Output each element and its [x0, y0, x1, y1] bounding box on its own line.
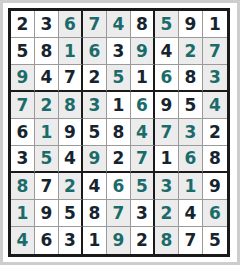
cell-r6c2[interactable]: 5: [35, 146, 59, 173]
cell-r3c6[interactable]: 1: [131, 65, 155, 92]
cell-r6c7[interactable]: 1: [155, 146, 179, 173]
cell-r2c6[interactable]: 9: [131, 38, 155, 65]
cell-r5c4[interactable]: 5: [83, 119, 107, 146]
cell-r4c7[interactable]: 9: [155, 92, 179, 119]
cell-r3c2[interactable]: 4: [35, 65, 59, 92]
cell-r9c6[interactable]: 2: [131, 227, 155, 254]
cell-r6c3[interactable]: 4: [59, 146, 83, 173]
cell-r7c9[interactable]: 9: [203, 173, 227, 200]
cell-r9c1[interactable]: 4: [11, 227, 35, 254]
cell-r4c8[interactable]: 5: [179, 92, 203, 119]
cell-r5c7[interactable]: 7: [155, 119, 179, 146]
cell-r6c1[interactable]: 3: [11, 146, 35, 173]
cell-r9c2[interactable]: 6: [35, 227, 59, 254]
cell-r3c3[interactable]: 7: [59, 65, 83, 92]
cell-r9c9[interactable]: 5: [203, 227, 227, 254]
cell-r7c6[interactable]: 5: [131, 173, 155, 200]
cell-r3c9[interactable]: 3: [203, 65, 227, 92]
cell-r3c1[interactable]: 9: [11, 65, 35, 92]
cell-r4c9[interactable]: 4: [203, 92, 227, 119]
cell-r3c4[interactable]: 2: [83, 65, 107, 92]
cell-r5c1[interactable]: 6: [11, 119, 35, 146]
cell-r7c8[interactable]: 1: [179, 173, 203, 200]
cell-r9c4[interactable]: 1: [83, 227, 107, 254]
cell-r5c5[interactable]: 8: [107, 119, 131, 146]
cell-r1c2[interactable]: 3: [35, 11, 59, 38]
cell-r1c5[interactable]: 4: [107, 11, 131, 38]
cell-r8c6[interactable]: 3: [131, 200, 155, 227]
cell-r9c8[interactable]: 7: [179, 227, 203, 254]
cell-r1c3[interactable]: 6: [59, 11, 83, 38]
cell-r4c2[interactable]: 2: [35, 92, 59, 119]
cell-r7c7[interactable]: 3: [155, 173, 179, 200]
cell-r6c4[interactable]: 9: [83, 146, 107, 173]
cell-r2c8[interactable]: 2: [179, 38, 203, 65]
cell-r4c5[interactable]: 1: [107, 92, 131, 119]
cell-r6c5[interactable]: 2: [107, 146, 131, 173]
cell-r2c9[interactable]: 7: [203, 38, 227, 65]
cell-r4c1[interactable]: 7: [11, 92, 35, 119]
cell-r8c8[interactable]: 4: [179, 200, 203, 227]
cell-r2c4[interactable]: 6: [83, 38, 107, 65]
cell-r6c9[interactable]: 8: [203, 146, 227, 173]
cell-r1c8[interactable]: 9: [179, 11, 203, 38]
cell-r5c2[interactable]: 1: [35, 119, 59, 146]
cell-r8c3[interactable]: 5: [59, 200, 83, 227]
cell-r1c9[interactable]: 1: [203, 11, 227, 38]
cell-r9c5[interactable]: 9: [107, 227, 131, 254]
cell-r2c5[interactable]: 3: [107, 38, 131, 65]
cell-r3c5[interactable]: 5: [107, 65, 131, 92]
cell-r8c4[interactable]: 8: [83, 200, 107, 227]
cell-r1c4[interactable]: 7: [83, 11, 107, 38]
sudoku-screen: 2367485915816394279472516837283169546195…: [0, 0, 240, 265]
cell-r1c7[interactable]: 5: [155, 11, 179, 38]
cell-r7c4[interactable]: 4: [83, 173, 107, 200]
cell-r4c6[interactable]: 6: [131, 92, 155, 119]
cell-r5c8[interactable]: 3: [179, 119, 203, 146]
cell-r4c4[interactable]: 3: [83, 92, 107, 119]
cell-r2c3[interactable]: 1: [59, 38, 83, 65]
cell-r3c7[interactable]: 6: [155, 65, 179, 92]
cell-r2c2[interactable]: 8: [35, 38, 59, 65]
cell-r6c8[interactable]: 6: [179, 146, 203, 173]
cell-r4c3[interactable]: 8: [59, 92, 83, 119]
cell-r8c1[interactable]: 1: [11, 200, 35, 227]
cell-r7c3[interactable]: 2: [59, 173, 83, 200]
cell-r9c7[interactable]: 8: [155, 227, 179, 254]
cell-r7c2[interactable]: 7: [35, 173, 59, 200]
cell-r5c6[interactable]: 4: [131, 119, 155, 146]
sudoku-board: 2367485915816394279472516837283169546195…: [8, 8, 230, 257]
cell-r8c7[interactable]: 2: [155, 200, 179, 227]
cell-r1c1[interactable]: 2: [11, 11, 35, 38]
cell-r7c5[interactable]: 6: [107, 173, 131, 200]
cell-r6c6[interactable]: 7: [131, 146, 155, 173]
cell-r5c9[interactable]: 2: [203, 119, 227, 146]
cell-r1c6[interactable]: 8: [131, 11, 155, 38]
cell-r2c1[interactable]: 5: [11, 38, 35, 65]
cell-r7c1[interactable]: 8: [11, 173, 35, 200]
cell-r5c3[interactable]: 9: [59, 119, 83, 146]
cell-r3c8[interactable]: 8: [179, 65, 203, 92]
cell-r9c3[interactable]: 3: [59, 227, 83, 254]
cell-r8c5[interactable]: 7: [107, 200, 131, 227]
cell-r2c7[interactable]: 4: [155, 38, 179, 65]
cell-r8c9[interactable]: 6: [203, 200, 227, 227]
cell-r8c2[interactable]: 9: [35, 200, 59, 227]
